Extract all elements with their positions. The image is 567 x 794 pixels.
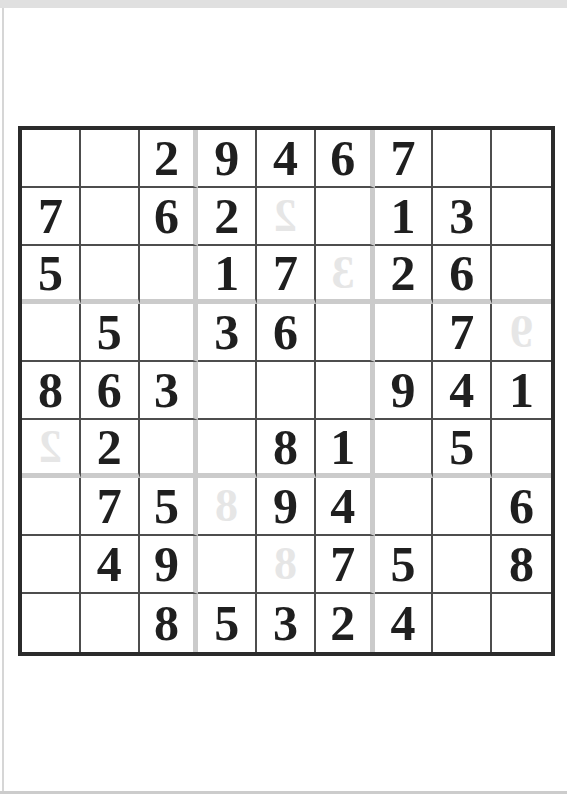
cell-r5c1[interactable]: 8 xyxy=(22,362,81,420)
ghost-digit: 8 xyxy=(198,478,255,534)
cell-r6c5[interactable]: 8 xyxy=(257,420,316,478)
given-digit: 4 xyxy=(330,481,355,531)
cell-r1c9[interactable] xyxy=(492,130,551,188)
cell-r1c6[interactable]: 6 xyxy=(316,130,375,188)
given-digit: 7 xyxy=(38,191,63,241)
cell-r5c2[interactable]: 6 xyxy=(81,362,140,420)
scan-edge-left xyxy=(2,8,4,792)
cell-r7c1[interactable] xyxy=(22,478,81,536)
cell-r7c6[interactable]: 4 xyxy=(316,478,375,536)
cell-r4c8[interactable]: 7 xyxy=(433,304,492,362)
cell-r3c7[interactable]: 2 xyxy=(375,246,434,304)
given-digit: 8 xyxy=(509,539,534,589)
cell-r6c8[interactable]: 5 xyxy=(433,420,492,478)
cell-r1c4[interactable]: 9 xyxy=(198,130,257,188)
cell-r8c5[interactable]: 8 xyxy=(257,536,316,594)
cell-r5c4[interactable] xyxy=(198,362,257,420)
cell-r8c7[interactable]: 5 xyxy=(375,536,434,594)
cell-r4c2[interactable]: 5 xyxy=(81,304,140,362)
sudoku-board: 2946776221351732653679863941228157589464… xyxy=(18,126,555,656)
cell-r3c1[interactable]: 5 xyxy=(22,246,81,304)
given-digit: 8 xyxy=(38,365,63,415)
given-digit: 8 xyxy=(273,422,298,472)
given-digit: 7 xyxy=(97,481,122,531)
given-digit: 3 xyxy=(214,307,239,357)
cell-r9c2[interactable] xyxy=(81,594,140,652)
cell-r6c6[interactable]: 1 xyxy=(316,420,375,478)
cell-r2c7[interactable]: 1 xyxy=(375,188,434,246)
cell-r2c6[interactable] xyxy=(316,188,375,246)
cell-r4c6[interactable] xyxy=(316,304,375,362)
cell-r3c4[interactable]: 1 xyxy=(198,246,257,304)
ghost-digit: 2 xyxy=(257,188,314,244)
cell-r1c7[interactable]: 7 xyxy=(375,130,434,188)
cell-r5c5[interactable] xyxy=(257,362,316,420)
given-digit: 4 xyxy=(97,539,122,589)
cell-r8c1[interactable] xyxy=(22,536,81,594)
given-digit: 9 xyxy=(154,539,179,589)
cell-r8c8[interactable] xyxy=(433,536,492,594)
cell-r9c6[interactable]: 2 xyxy=(316,594,375,652)
cell-r3c9[interactable] xyxy=(492,246,551,304)
given-digit: 3 xyxy=(154,365,179,415)
cell-r8c4[interactable] xyxy=(198,536,257,594)
cell-r3c5[interactable]: 7 xyxy=(257,246,316,304)
given-digit: 6 xyxy=(509,481,534,531)
ghost-digit: 2 xyxy=(22,420,79,473)
cell-r5c9[interactable]: 1 xyxy=(492,362,551,420)
given-digit: 9 xyxy=(214,133,239,183)
given-digit: 4 xyxy=(273,133,298,183)
cell-r4c1[interactable] xyxy=(22,304,81,362)
cell-r5c3[interactable]: 3 xyxy=(140,362,199,420)
cell-r6c1[interactable]: 2 xyxy=(22,420,81,478)
cell-r7c7[interactable] xyxy=(375,478,434,536)
given-digit: 8 xyxy=(154,598,179,648)
given-digit: 7 xyxy=(330,539,355,589)
cell-r7c3[interactable]: 5 xyxy=(140,478,199,536)
ghost-digit: 8 xyxy=(257,536,314,592)
cell-r1c5[interactable]: 4 xyxy=(257,130,316,188)
cell-r8c9[interactable]: 8 xyxy=(492,536,551,594)
given-digit: 1 xyxy=(391,191,416,241)
cell-r7c2[interactable]: 7 xyxy=(81,478,140,536)
cell-r2c3[interactable]: 6 xyxy=(140,188,199,246)
cell-r6c7[interactable] xyxy=(375,420,434,478)
given-digit: 1 xyxy=(509,365,534,415)
cell-r1c8[interactable] xyxy=(433,130,492,188)
cell-r5c7[interactable]: 9 xyxy=(375,362,434,420)
given-digit: 3 xyxy=(449,191,474,241)
given-digit: 6 xyxy=(330,133,355,183)
cell-r9c1[interactable] xyxy=(22,594,81,652)
cell-r4c4[interactable]: 3 xyxy=(198,304,257,362)
given-digit: 6 xyxy=(154,191,179,241)
cell-r1c3[interactable]: 2 xyxy=(140,130,199,188)
cell-r2c2[interactable] xyxy=(81,188,140,246)
given-digit: 9 xyxy=(273,481,298,531)
cell-r3c3[interactable] xyxy=(140,246,199,304)
given-digit: 6 xyxy=(449,248,474,298)
cell-r3c2[interactable] xyxy=(81,246,140,304)
cell-r4c7[interactable] xyxy=(375,304,434,362)
cell-r6c4[interactable] xyxy=(198,420,257,478)
cell-r7c9[interactable]: 6 xyxy=(492,478,551,536)
cell-r6c2[interactable]: 2 xyxy=(81,420,140,478)
cell-r3c6[interactable]: 3 xyxy=(316,246,375,304)
cell-r2c9[interactable] xyxy=(492,188,551,246)
given-digit: 5 xyxy=(154,481,179,531)
cell-r8c3[interactable]: 9 xyxy=(140,536,199,594)
cell-r1c1[interactable] xyxy=(22,130,81,188)
ghost-digit: 9 xyxy=(492,304,551,360)
cell-r9c7[interactable]: 4 xyxy=(375,594,434,652)
given-digit: 4 xyxy=(449,365,474,415)
given-digit: 7 xyxy=(273,248,298,298)
cell-r7c4[interactable]: 8 xyxy=(198,478,257,536)
given-digit: 6 xyxy=(273,307,298,357)
cell-r7c5[interactable]: 9 xyxy=(257,478,316,536)
cell-r6c9[interactable] xyxy=(492,420,551,478)
cell-r9c3[interactable]: 8 xyxy=(140,594,199,652)
given-digit: 7 xyxy=(449,307,474,357)
given-digit: 2 xyxy=(214,191,239,241)
cell-r9c8[interactable] xyxy=(433,594,492,652)
cell-r6c3[interactable] xyxy=(140,420,199,478)
cell-r9c5[interactable]: 3 xyxy=(257,594,316,652)
given-digit: 5 xyxy=(214,598,239,648)
given-digit: 7 xyxy=(391,133,416,183)
cell-r4c3[interactable] xyxy=(140,304,199,362)
cell-r2c8[interactable]: 3 xyxy=(433,188,492,246)
given-digit: 4 xyxy=(391,598,416,648)
given-digit: 5 xyxy=(391,539,416,589)
given-digit: 5 xyxy=(97,307,122,357)
given-digit: 1 xyxy=(330,422,355,472)
given-digit: 2 xyxy=(97,422,122,472)
ghost-digit: 3 xyxy=(316,246,370,299)
cell-r9c4[interactable]: 5 xyxy=(198,594,257,652)
given-digit: 2 xyxy=(154,133,179,183)
cell-r1c2[interactable] xyxy=(81,130,140,188)
given-digit: 1 xyxy=(214,248,239,298)
scanned-puzzle-page: 2946776221351732653679863941228157589464… xyxy=(0,0,567,794)
cell-r7c8[interactable] xyxy=(433,478,492,536)
cell-r9c9[interactable] xyxy=(492,594,551,652)
given-digit: 5 xyxy=(449,422,474,472)
cell-r4c9[interactable]: 9 xyxy=(492,304,551,362)
cell-r5c6[interactable] xyxy=(316,362,375,420)
scan-edge-top xyxy=(0,0,567,8)
cell-r2c1[interactable]: 7 xyxy=(22,188,81,246)
cell-r2c5[interactable]: 2 xyxy=(257,188,316,246)
given-digit: 9 xyxy=(391,365,416,415)
given-digit: 5 xyxy=(38,248,63,298)
given-digit: 2 xyxy=(391,248,416,298)
given-digit: 3 xyxy=(273,598,298,648)
given-digit: 2 xyxy=(330,598,355,648)
cell-r4c5[interactable]: 6 xyxy=(257,304,316,362)
cell-r2c4[interactable]: 2 xyxy=(198,188,257,246)
cell-r8c2[interactable]: 4 xyxy=(81,536,140,594)
cell-r8c6[interactable]: 7 xyxy=(316,536,375,594)
cell-r5c8[interactable]: 4 xyxy=(433,362,492,420)
cell-r3c8[interactable]: 6 xyxy=(433,246,492,304)
given-digit: 6 xyxy=(97,365,122,415)
